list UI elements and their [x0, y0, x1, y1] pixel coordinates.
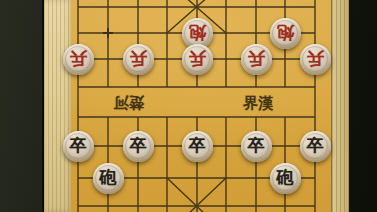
piece-character: 炮 — [189, 24, 206, 41]
piece-black-soldier[interactable]: 卒 — [182, 131, 213, 162]
piece-character: 炮 — [277, 24, 294, 41]
piece-character: 卒 — [130, 137, 147, 154]
piece-black-soldier[interactable]: 卒 — [300, 131, 331, 162]
piece-character: 砲 — [277, 169, 294, 186]
piece-red-soldier[interactable]: 兵 — [241, 44, 272, 75]
river-text-left: 楚河 — [114, 93, 144, 112]
river-text-right: 界漢 — [243, 94, 273, 113]
piece-red-soldier[interactable]: 兵 — [300, 44, 331, 75]
piece-character: 卒 — [248, 137, 265, 154]
piece-character: 卒 — [189, 137, 206, 154]
piece-character: 卒 — [70, 137, 87, 154]
scene: 楚河 界漢 炮炮兵兵兵兵兵卒卒卒卒卒砲砲 — [0, 0, 377, 212]
piece-black-soldier[interactable]: 卒 — [123, 131, 154, 162]
piece-black-soldier[interactable]: 卒 — [241, 131, 272, 162]
piece-black-soldier[interactable]: 卒 — [63, 131, 94, 162]
piece-black-cannon[interactable]: 砲 — [270, 163, 301, 194]
piece-red-cannon[interactable]: 炮 — [270, 18, 301, 49]
piece-character: 砲 — [100, 169, 117, 186]
piece-character: 兵 — [130, 50, 147, 67]
piece-character: 兵 — [70, 50, 87, 67]
piece-red-soldier[interactable]: 兵 — [182, 44, 213, 75]
piece-character: 兵 — [248, 50, 265, 67]
piece-red-soldier[interactable]: 兵 — [63, 44, 94, 75]
piece-character: 兵 — [307, 50, 324, 67]
vacated-point-marker — [103, 28, 113, 38]
piece-red-soldier[interactable]: 兵 — [123, 44, 154, 75]
piece-character: 卒 — [307, 137, 324, 154]
piece-character: 兵 — [189, 50, 206, 67]
piece-black-cannon[interactable]: 砲 — [93, 163, 124, 194]
